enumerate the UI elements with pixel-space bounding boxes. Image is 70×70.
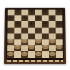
board-square-c1[interactable]: ⛂ — [21, 52, 28, 58]
board-frame: ⛂⛂⛂⛂⛂⛂⛂⛂⛂⛂⛂⛂⛂⛂⛂⛂⛂⛂⛂⛂⛂⛂⛂⛂ — [4, 8, 66, 64]
board-square-g1[interactable]: ⛂ — [49, 52, 56, 58]
board-square-e1[interactable]: ⛂ — [35, 52, 42, 58]
board-square-h1[interactable] — [56, 52, 63, 58]
light-piece[interactable]: ⛂ — [7, 50, 13, 57]
light-piece[interactable]: ⛂ — [21, 50, 27, 57]
board-grid: ⛂⛂⛂⛂⛂⛂⛂⛂⛂⛂⛂⛂⛂⛂⛂⛂⛂⛂⛂⛂⛂⛂⛂⛂ — [7, 10, 63, 58]
light-piece[interactable]: ⛂ — [49, 50, 55, 57]
checkers-board: ⛂⛂⛂⛂⛂⛂⛂⛂⛂⛂⛂⛂⛂⛂⛂⛂⛂⛂⛂⛂⛂⛂⛂⛂ — [4, 8, 66, 64]
board-square-b1[interactable] — [14, 52, 21, 58]
photo-background: ⛂⛂⛂⛂⛂⛂⛂⛂⛂⛂⛂⛂⛂⛂⛂⛂⛂⛂⛂⛂⛂⛂⛂⛂ — [0, 0, 70, 70]
board-inlay-strip — [7, 59, 63, 62]
board-square-f1[interactable] — [42, 52, 49, 58]
board-square-d1[interactable] — [28, 52, 35, 58]
light-piece[interactable]: ⛂ — [35, 50, 41, 57]
